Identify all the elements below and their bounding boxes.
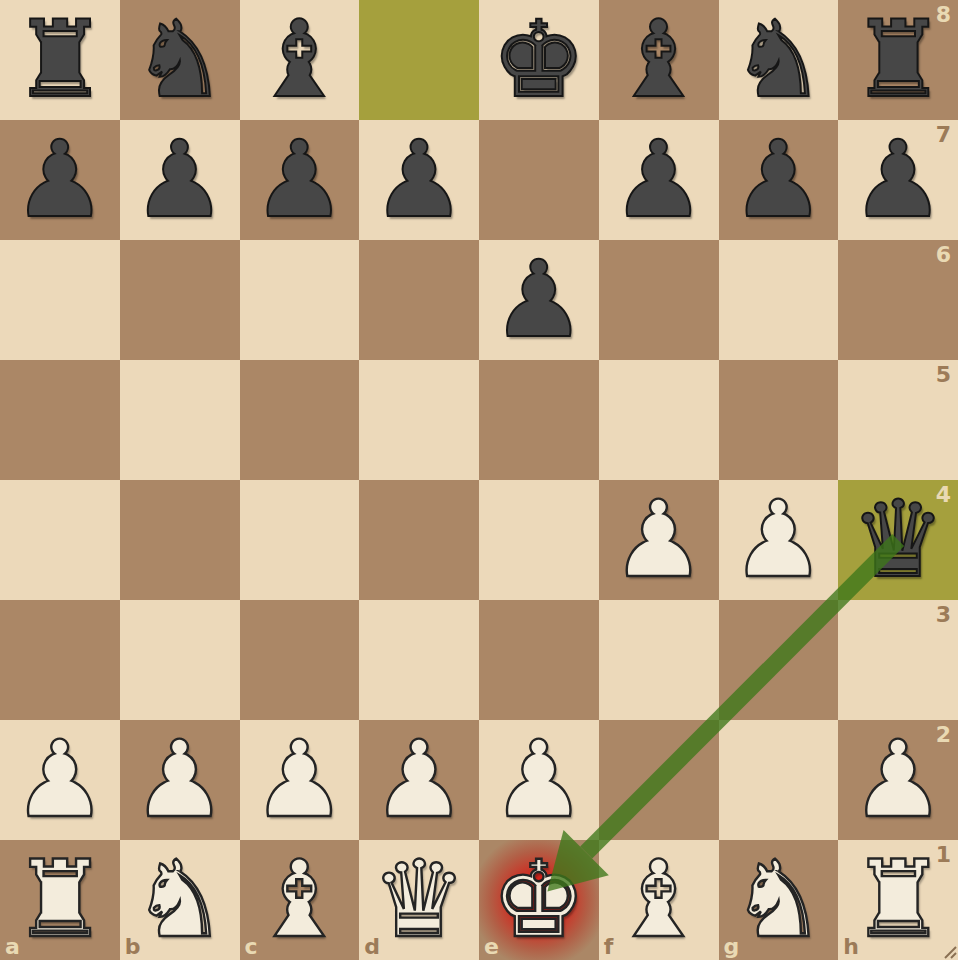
square-b2[interactable]: ♟ [120,720,240,840]
square-b1[interactable]: b♞ [120,840,240,960]
black-pawn-c7[interactable]: ♟ [240,120,360,240]
square-e4[interactable] [479,480,599,600]
black-knight-g8[interactable]: ♞ [719,0,839,120]
square-c8[interactable]: ♝ [240,0,360,120]
white-knight-b1[interactable]: ♞ [120,840,240,960]
square-g7[interactable]: ♟ [719,120,839,240]
white-pawn-h2[interactable]: ♟ [838,720,958,840]
square-g4[interactable]: ♟ [719,480,839,600]
square-d4[interactable] [359,480,479,600]
square-d5[interactable] [359,360,479,480]
square-d6[interactable] [359,240,479,360]
square-b3[interactable] [120,600,240,720]
square-d8[interactable] [359,0,479,120]
square-a1[interactable]: a♜ [0,840,120,960]
black-pawn-h7[interactable]: ♟ [838,120,958,240]
black-pawn-g7[interactable]: ♟ [719,120,839,240]
square-g6[interactable] [719,240,839,360]
square-c4[interactable] [240,480,360,600]
white-knight-g1[interactable]: ♞ [719,840,839,960]
square-f2[interactable] [599,720,719,840]
square-h7[interactable]: 7♟ [838,120,958,240]
square-c1[interactable]: c♝ [240,840,360,960]
coordinate-rank-3: 3 [936,602,951,627]
square-e6[interactable]: ♟ [479,240,599,360]
square-d3[interactable] [359,600,479,720]
black-rook-a8[interactable]: ♜ [0,0,120,120]
square-a5[interactable] [0,360,120,480]
square-c2[interactable]: ♟ [240,720,360,840]
coordinate-rank-5: 5 [936,362,951,387]
square-b6[interactable] [120,240,240,360]
square-h8[interactable]: 8♜ [838,0,958,120]
square-b8[interactable]: ♞ [120,0,240,120]
black-knight-b8[interactable]: ♞ [120,0,240,120]
white-pawn-c2[interactable]: ♟ [240,720,360,840]
square-f7[interactable]: ♟ [599,120,719,240]
square-c3[interactable] [240,600,360,720]
square-c6[interactable] [240,240,360,360]
square-e3[interactable] [479,600,599,720]
square-a6[interactable] [0,240,120,360]
black-bishop-c8[interactable]: ♝ [240,0,360,120]
square-d7[interactable]: ♟ [359,120,479,240]
white-pawn-f4[interactable]: ♟ [599,480,719,600]
white-pawn-b2[interactable]: ♟ [120,720,240,840]
black-pawn-a7[interactable]: ♟ [0,120,120,240]
chess-board: ♜♞♝♚♝♞8♜♟♟♟♟♟♟7♟♟65♟♟4♛3♟♟♟♟♟2♟a♜b♞c♝d♛e… [0,0,958,960]
square-b5[interactable] [120,360,240,480]
square-c7[interactable]: ♟ [240,120,360,240]
square-a8[interactable]: ♜ [0,0,120,120]
black-pawn-f7[interactable]: ♟ [599,120,719,240]
black-bishop-f8[interactable]: ♝ [599,0,719,120]
black-queen-h4[interactable]: ♛ [838,480,958,600]
white-bishop-c1[interactable]: ♝ [240,840,360,960]
chess-board-container: ♜♞♝♚♝♞8♜♟♟♟♟♟♟7♟♟65♟♟4♛3♟♟♟♟♟2♟a♜b♞c♝d♛e… [0,0,958,960]
square-a4[interactable] [0,480,120,600]
square-b4[interactable] [120,480,240,600]
square-a7[interactable]: ♟ [0,120,120,240]
black-king-e8[interactable]: ♚ [479,0,599,120]
square-g3[interactable] [719,600,839,720]
white-pawn-e2[interactable]: ♟ [479,720,599,840]
square-e5[interactable] [479,360,599,480]
square-h3[interactable]: 3 [838,600,958,720]
square-b7[interactable]: ♟ [120,120,240,240]
square-h4[interactable]: 4♛ [838,480,958,600]
square-e2[interactable]: ♟ [479,720,599,840]
square-e8[interactable]: ♚ [479,0,599,120]
square-c5[interactable] [240,360,360,480]
square-e1[interactable]: e♚ [479,840,599,960]
square-f6[interactable] [599,240,719,360]
square-h2[interactable]: 2♟ [838,720,958,840]
white-king-e1[interactable]: ♚ [479,840,599,960]
square-g5[interactable] [719,360,839,480]
square-g2[interactable] [719,720,839,840]
square-f3[interactable] [599,600,719,720]
white-pawn-g4[interactable]: ♟ [719,480,839,600]
square-f8[interactable]: ♝ [599,0,719,120]
square-g1[interactable]: g♞ [719,840,839,960]
square-f4[interactable]: ♟ [599,480,719,600]
square-h6[interactable]: 6 [838,240,958,360]
square-d2[interactable]: ♟ [359,720,479,840]
board-resize-handle[interactable] [939,941,957,959]
square-e7[interactable] [479,120,599,240]
white-pawn-d2[interactable]: ♟ [359,720,479,840]
square-g8[interactable]: ♞ [719,0,839,120]
white-bishop-f1[interactable]: ♝ [599,840,719,960]
square-d1[interactable]: d♛ [359,840,479,960]
black-pawn-d7[interactable]: ♟ [359,120,479,240]
white-pawn-a2[interactable]: ♟ [0,720,120,840]
white-queen-d1[interactable]: ♛ [359,840,479,960]
coordinate-rank-6: 6 [936,242,951,267]
white-rook-a1[interactable]: ♜ [0,840,120,960]
black-pawn-e6[interactable]: ♟ [479,240,599,360]
square-a2[interactable]: ♟ [0,720,120,840]
black-pawn-b7[interactable]: ♟ [120,120,240,240]
black-rook-h8[interactable]: ♜ [838,0,958,120]
square-a3[interactable] [0,600,120,720]
square-f1[interactable]: f♝ [599,840,719,960]
square-h5[interactable]: 5 [838,360,958,480]
square-f5[interactable] [599,360,719,480]
resize-grip-icon [939,941,957,959]
